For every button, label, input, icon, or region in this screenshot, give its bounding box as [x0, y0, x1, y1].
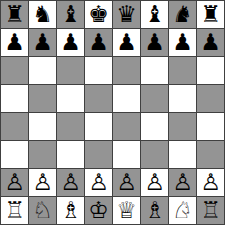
square-r2c6-dark[interactable]: ♟ [141, 29, 168, 56]
black-pawn: ♟ [60, 31, 81, 54]
square-r3c4-light[interactable] [85, 57, 112, 84]
square-r5c5-dark[interactable] [113, 113, 140, 140]
white-king: ♔ [88, 199, 109, 222]
square-r5c4-light[interactable] [85, 113, 112, 140]
square-r2c7-light[interactable]: ♟ [169, 29, 196, 56]
square-r3c7-dark[interactable] [169, 57, 196, 84]
square-r5c6-light[interactable] [141, 113, 168, 140]
square-r7c7-dark[interactable]: ♙ [169, 169, 196, 196]
black-king: ♚ [88, 3, 109, 26]
black-bishop: ♝ [144, 3, 165, 26]
square-r8c4-dark[interactable]: ♔ [85, 197, 112, 224]
white-pawn: ♙ [32, 171, 53, 194]
black-pawn: ♟ [88, 31, 109, 54]
black-queen: ♛ [116, 3, 137, 26]
square-r3c3-dark[interactable] [57, 57, 84, 84]
square-r8c7-light[interactable]: ♘ [169, 197, 196, 224]
square-r5c2-light[interactable] [29, 113, 56, 140]
square-r1c5-dark[interactable]: ♛ [113, 1, 140, 28]
black-bishop: ♝ [60, 3, 81, 26]
square-r5c7-dark[interactable] [169, 113, 196, 140]
black-pawn: ♟ [172, 31, 193, 54]
square-r2c1-light[interactable]: ♟ [1, 29, 28, 56]
square-r6c5-light[interactable] [113, 141, 140, 168]
black-knight: ♞ [32, 3, 53, 26]
black-pawn: ♟ [4, 31, 25, 54]
square-r2c8-dark[interactable]: ♟ [197, 29, 224, 56]
square-r6c1-light[interactable] [1, 141, 28, 168]
white-rook: ♖ [4, 199, 25, 222]
white-pawn: ♙ [4, 171, 25, 194]
square-r8c1-light[interactable]: ♖ [1, 197, 28, 224]
square-r3c1-dark[interactable] [1, 57, 28, 84]
square-r1c4-light[interactable]: ♚ [85, 1, 112, 28]
white-pawn: ♙ [60, 171, 81, 194]
square-r7c5-dark[interactable]: ♙ [113, 169, 140, 196]
square-r5c3-dark[interactable] [57, 113, 84, 140]
chess-board: ♜♞♝♚♛♝♞♜♟♟♟♟♟♟♟♟♙♙♙♙♙♙♙♙♖♘♗♔♕♗♘♖ [0, 0, 225, 225]
square-r8c8-dark[interactable]: ♖ [197, 197, 224, 224]
square-r7c2-light[interactable]: ♙ [29, 169, 56, 196]
square-r3c8-light[interactable] [197, 57, 224, 84]
square-r7c1-dark[interactable]: ♙ [1, 169, 28, 196]
black-knight: ♞ [172, 3, 193, 26]
black-rook: ♜ [200, 3, 221, 26]
square-r8c2-dark[interactable]: ♘ [29, 197, 56, 224]
white-knight: ♘ [172, 199, 193, 222]
square-r2c2-dark[interactable]: ♟ [29, 29, 56, 56]
black-pawn: ♟ [32, 31, 53, 54]
square-r7c4-light[interactable]: ♙ [85, 169, 112, 196]
square-r1c1-dark[interactable]: ♜ [1, 1, 28, 28]
square-r4c2-dark[interactable] [29, 85, 56, 112]
square-r8c5-light[interactable]: ♕ [113, 197, 140, 224]
black-pawn: ♟ [200, 31, 221, 54]
white-knight: ♘ [32, 199, 53, 222]
white-pawn: ♙ [144, 171, 165, 194]
square-r2c5-light[interactable]: ♟ [113, 29, 140, 56]
square-r6c3-light[interactable] [57, 141, 84, 168]
white-pawn: ♙ [172, 171, 193, 194]
square-r4c4-dark[interactable] [85, 85, 112, 112]
white-bishop: ♗ [144, 199, 165, 222]
square-r1c6-light[interactable]: ♝ [141, 1, 168, 28]
black-pawn: ♟ [144, 31, 165, 54]
square-r6c2-dark[interactable] [29, 141, 56, 168]
square-r8c3-light[interactable]: ♗ [57, 197, 84, 224]
square-r3c2-light[interactable] [29, 57, 56, 84]
square-r3c6-light[interactable] [141, 57, 168, 84]
square-r4c1-light[interactable] [1, 85, 28, 112]
square-r7c8-light[interactable]: ♙ [197, 169, 224, 196]
square-r6c7-light[interactable] [169, 141, 196, 168]
white-bishop: ♗ [60, 199, 81, 222]
square-r7c6-light[interactable]: ♙ [141, 169, 168, 196]
square-r4c7-light[interactable] [169, 85, 196, 112]
square-r1c7-dark[interactable]: ♞ [169, 1, 196, 28]
square-r4c5-light[interactable] [113, 85, 140, 112]
chess-diagram: ♜♞♝♚♛♝♞♜♟♟♟♟♟♟♟♟♙♙♙♙♙♙♙♙♖♘♗♔♕♗♘♖ [0, 0, 225, 225]
black-rook: ♜ [4, 3, 25, 26]
black-pawn: ♟ [116, 31, 137, 54]
square-r6c8-dark[interactable] [197, 141, 224, 168]
white-rook: ♖ [200, 199, 221, 222]
square-r2c3-light[interactable]: ♟ [57, 29, 84, 56]
square-r1c8-light[interactable]: ♜ [197, 1, 224, 28]
square-r1c3-dark[interactable]: ♝ [57, 1, 84, 28]
square-r4c3-light[interactable] [57, 85, 84, 112]
square-r3c5-dark[interactable] [113, 57, 140, 84]
square-r7c3-dark[interactable]: ♙ [57, 169, 84, 196]
white-pawn: ♙ [200, 171, 221, 194]
square-r2c4-dark[interactable]: ♟ [85, 29, 112, 56]
white-queen: ♕ [116, 199, 137, 222]
square-r1c2-light[interactable]: ♞ [29, 1, 56, 28]
square-r5c1-dark[interactable] [1, 113, 28, 140]
white-pawn: ♙ [88, 171, 109, 194]
square-r8c6-dark[interactable]: ♗ [141, 197, 168, 224]
square-r5c8-light[interactable] [197, 113, 224, 140]
square-r4c6-dark[interactable] [141, 85, 168, 112]
white-pawn: ♙ [116, 171, 137, 194]
square-r6c4-dark[interactable] [85, 141, 112, 168]
square-r6c6-dark[interactable] [141, 141, 168, 168]
square-r4c8-dark[interactable] [197, 85, 224, 112]
